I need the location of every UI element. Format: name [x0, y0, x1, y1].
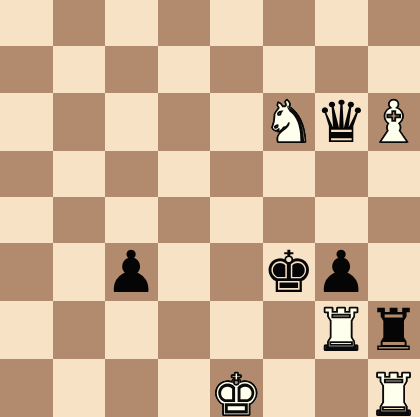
square-h7[interactable]: [368, 46, 420, 92]
square-e2[interactable]: [210, 301, 263, 359]
square-f1[interactable]: [263, 359, 316, 417]
square-c2[interactable]: [105, 301, 158, 359]
square-h3[interactable]: [368, 243, 420, 301]
square-f3[interactable]: ♚: [263, 243, 316, 301]
square-g6[interactable]: ♛: [315, 93, 368, 151]
square-g4[interactable]: [315, 197, 368, 243]
square-g8[interactable]: [315, 0, 368, 46]
square-e3[interactable]: [210, 243, 263, 301]
square-e7[interactable]: [210, 46, 263, 92]
square-c5[interactable]: [105, 151, 158, 197]
square-a1[interactable]: [0, 359, 53, 417]
square-a8[interactable]: [0, 0, 53, 46]
square-b1[interactable]: [53, 359, 106, 417]
square-h6[interactable]: ♝: [368, 93, 420, 151]
square-d7[interactable]: [158, 46, 211, 92]
black-king[interactable]: ♚: [263, 243, 315, 301]
square-a7[interactable]: [0, 46, 53, 92]
square-d8[interactable]: [158, 0, 211, 46]
square-a4[interactable]: [0, 197, 53, 243]
black-pawn[interactable]: ♟: [315, 243, 367, 301]
square-h5[interactable]: [368, 151, 420, 197]
square-c1[interactable]: [105, 359, 158, 417]
square-a5[interactable]: [0, 151, 53, 197]
square-c4[interactable]: [105, 197, 158, 243]
square-d4[interactable]: [158, 197, 211, 243]
square-f6[interactable]: ♞: [263, 93, 316, 151]
square-h1[interactable]: ♜: [368, 359, 420, 417]
square-c6[interactable]: [105, 93, 158, 151]
square-e1[interactable]: ♚: [210, 359, 263, 417]
white-bishop[interactable]: ♝: [368, 93, 420, 151]
square-h8[interactable]: [368, 0, 420, 46]
square-g3[interactable]: ♟: [315, 243, 368, 301]
square-h4[interactable]: [368, 197, 420, 243]
square-e4[interactable]: [210, 197, 263, 243]
square-f7[interactable]: [263, 46, 316, 92]
square-g7[interactable]: [315, 46, 368, 92]
square-e8[interactable]: [210, 0, 263, 46]
square-b3[interactable]: [53, 243, 106, 301]
white-king[interactable]: ♚: [210, 366, 262, 417]
white-rook[interactable]: ♜: [368, 366, 420, 417]
square-b2[interactable]: [53, 301, 106, 359]
square-b5[interactable]: [53, 151, 106, 197]
square-a6[interactable]: [0, 93, 53, 151]
square-e6[interactable]: [210, 93, 263, 151]
white-rook[interactable]: ♜: [315, 301, 367, 359]
square-b6[interactable]: [53, 93, 106, 151]
square-d2[interactable]: [158, 301, 211, 359]
square-d6[interactable]: [158, 93, 211, 151]
black-queen[interactable]: ♛: [315, 93, 367, 151]
square-f4[interactable]: [263, 197, 316, 243]
square-c7[interactable]: [105, 46, 158, 92]
square-e5[interactable]: [210, 151, 263, 197]
square-a2[interactable]: [0, 301, 53, 359]
square-a3[interactable]: [0, 243, 53, 301]
black-pawn[interactable]: ♟: [105, 243, 157, 301]
square-g5[interactable]: [315, 151, 368, 197]
square-d5[interactable]: [158, 151, 211, 197]
black-rook[interactable]: ♜: [368, 301, 420, 359]
white-knight[interactable]: ♞: [263, 93, 315, 151]
square-d3[interactable]: [158, 243, 211, 301]
square-d1[interactable]: [158, 359, 211, 417]
square-f5[interactable]: [263, 151, 316, 197]
square-g2[interactable]: ♜: [315, 301, 368, 359]
square-g1[interactable]: [315, 359, 368, 417]
chess-board: ♞♛♝♟♚♟♜♜♚♜: [0, 0, 420, 417]
square-c3[interactable]: ♟: [105, 243, 158, 301]
square-f8[interactable]: [263, 0, 316, 46]
square-c8[interactable]: [105, 0, 158, 46]
square-b7[interactable]: [53, 46, 106, 92]
square-h2[interactable]: ♜: [368, 301, 420, 359]
square-f2[interactable]: [263, 301, 316, 359]
square-b4[interactable]: [53, 197, 106, 243]
square-b8[interactable]: [53, 0, 106, 46]
